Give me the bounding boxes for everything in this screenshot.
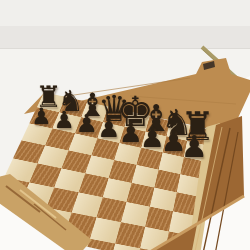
- piece-black-pawn-d7[interactable]: ♟: [97, 116, 120, 142]
- piece-black-pawn-h7[interactable]: ♟: [181, 132, 208, 162]
- chess-set-photo: ♜♞♝♛♟♚♟♝♟♞♟♜♟♟♟♟: [0, 0, 250, 250]
- piece-black-pawn-a7[interactable]: ♟: [31, 105, 51, 128]
- piece-black-pawn-c7[interactable]: ♟: [76, 113, 98, 138]
- piece-black-pawn-b7[interactable]: ♟: [54, 109, 75, 133]
- pieces-layer: ♜♞♝♛♟♚♟♝♟♞♟♜♟♟♟♟: [0, 0, 250, 250]
